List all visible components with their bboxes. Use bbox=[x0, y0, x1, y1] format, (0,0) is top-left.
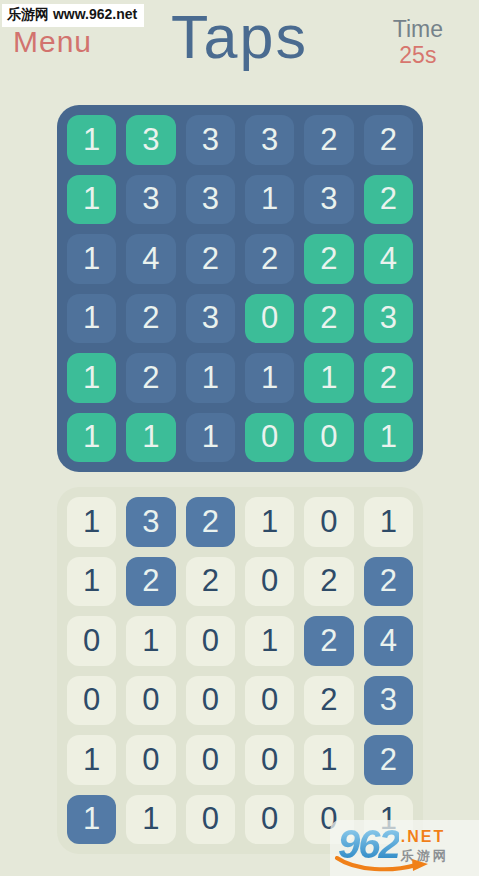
target-cell-r2c3: 2 bbox=[186, 557, 235, 607]
target-cell-r3c5: 2 bbox=[304, 616, 353, 666]
board-cell-r2c4[interactable]: 1 bbox=[245, 175, 294, 225]
board-cell-r1c6[interactable]: 2 bbox=[364, 115, 413, 165]
target-cell-r1c3: 2 bbox=[186, 497, 235, 547]
target-cell-r3c4: 1 bbox=[245, 616, 294, 666]
board-cell-r2c5[interactable]: 3 bbox=[304, 175, 353, 225]
target-cell-r4c4: 0 bbox=[245, 676, 294, 726]
board-cell-r1c2[interactable]: 3 bbox=[126, 115, 175, 165]
target-cell-r6c1: 1 bbox=[67, 795, 116, 845]
target-cell-r1c4: 1 bbox=[245, 497, 294, 547]
board-cell-r4c1[interactable]: 1 bbox=[67, 294, 116, 344]
target-cell-r4c5: 2 bbox=[304, 676, 353, 726]
board-cell-r5c6[interactable]: 2 bbox=[364, 353, 413, 403]
timer: Time 25s bbox=[393, 16, 443, 68]
board-cell-r6c4[interactable]: 0 bbox=[245, 413, 294, 463]
target-cell-r2c6: 2 bbox=[364, 557, 413, 607]
site-logo-watermark: 962.NET乐游网 bbox=[330, 820, 479, 876]
board-cell-r3c5[interactable]: 2 bbox=[304, 234, 353, 284]
target-cell-r1c6: 1 bbox=[364, 497, 413, 547]
board-cell-r6c5[interactable]: 0 bbox=[304, 413, 353, 463]
board-cell-r4c6[interactable]: 3 bbox=[364, 294, 413, 344]
logo-net-text: .NET bbox=[401, 828, 445, 845]
board-cell-r3c2[interactable]: 4 bbox=[126, 234, 175, 284]
board-cell-r1c5[interactable]: 2 bbox=[304, 115, 353, 165]
logo-swoosh-arrow-icon bbox=[334, 856, 430, 874]
board-cell-r2c3[interactable]: 3 bbox=[186, 175, 235, 225]
board-cell-r5c2[interactable]: 2 bbox=[126, 353, 175, 403]
target-cell-r5c6: 2 bbox=[364, 735, 413, 785]
board-cell-r3c3[interactable]: 2 bbox=[186, 234, 235, 284]
target-cell-r6c4: 0 bbox=[245, 795, 294, 845]
target-cell-r1c1: 1 bbox=[67, 497, 116, 547]
board-cell-r2c2[interactable]: 3 bbox=[126, 175, 175, 225]
board-cell-r1c3[interactable]: 3 bbox=[186, 115, 235, 165]
board-cell-r5c3[interactable]: 1 bbox=[186, 353, 235, 403]
target-cell-r3c6: 4 bbox=[364, 616, 413, 666]
board-cell-r1c1[interactable]: 1 bbox=[67, 115, 116, 165]
target-cell-r3c2: 1 bbox=[126, 616, 175, 666]
board-cell-r6c2[interactable]: 1 bbox=[126, 413, 175, 463]
timer-value: 25s bbox=[393, 42, 443, 68]
target-board: 132101122022010124000023100012110001 bbox=[57, 487, 423, 854]
target-cell-r3c1: 0 bbox=[67, 616, 116, 666]
target-cell-r2c5: 2 bbox=[304, 557, 353, 607]
target-cell-r1c5: 0 bbox=[304, 497, 353, 547]
target-cell-r4c6: 3 bbox=[364, 676, 413, 726]
target-cell-r2c2: 2 bbox=[126, 557, 175, 607]
board-cell-r5c4[interactable]: 1 bbox=[245, 353, 294, 403]
target-cell-r5c1: 1 bbox=[67, 735, 116, 785]
board-cell-r4c4[interactable]: 0 bbox=[245, 294, 294, 344]
board-cell-r6c3[interactable]: 1 bbox=[186, 413, 235, 463]
board-cell-r4c3[interactable]: 3 bbox=[186, 294, 235, 344]
board-cell-r3c1[interactable]: 1 bbox=[67, 234, 116, 284]
timer-label: Time bbox=[393, 16, 443, 42]
taps-game-screen: { "game": "Taps (tap-to-increment number… bbox=[0, 0, 479, 876]
target-cell-r5c5: 1 bbox=[304, 735, 353, 785]
play-board: 133322133132142224123023121112111001 bbox=[57, 105, 423, 472]
board-cell-r3c4[interactable]: 2 bbox=[245, 234, 294, 284]
target-cell-r5c3: 0 bbox=[186, 735, 235, 785]
target-cell-r3c3: 0 bbox=[186, 616, 235, 666]
board-cell-r1c4[interactable]: 3 bbox=[245, 115, 294, 165]
target-cell-r2c1: 1 bbox=[67, 557, 116, 607]
target-cell-r5c4: 0 bbox=[245, 735, 294, 785]
target-cell-r4c3: 0 bbox=[186, 676, 235, 726]
target-cell-r2c4: 0 bbox=[245, 557, 294, 607]
target-cell-r1c2: 3 bbox=[126, 497, 175, 547]
board-cell-r3c6[interactable]: 4 bbox=[364, 234, 413, 284]
board-cell-r2c6[interactable]: 2 bbox=[364, 175, 413, 225]
target-cell-r5c2: 0 bbox=[126, 735, 175, 785]
board-cell-r4c5[interactable]: 2 bbox=[304, 294, 353, 344]
board-cell-r5c5[interactable]: 1 bbox=[304, 353, 353, 403]
board-cell-r5c1[interactable]: 1 bbox=[67, 353, 116, 403]
target-cell-r4c2: 0 bbox=[126, 676, 175, 726]
target-cell-r6c3: 0 bbox=[186, 795, 235, 845]
board-cell-r6c6[interactable]: 1 bbox=[364, 413, 413, 463]
board-cell-r4c2[interactable]: 2 bbox=[126, 294, 175, 344]
target-cell-r6c2: 1 bbox=[126, 795, 175, 845]
board-cell-r6c1[interactable]: 1 bbox=[67, 413, 116, 463]
board-cell-r2c1[interactable]: 1 bbox=[67, 175, 116, 225]
target-cell-r4c1: 0 bbox=[67, 676, 116, 726]
